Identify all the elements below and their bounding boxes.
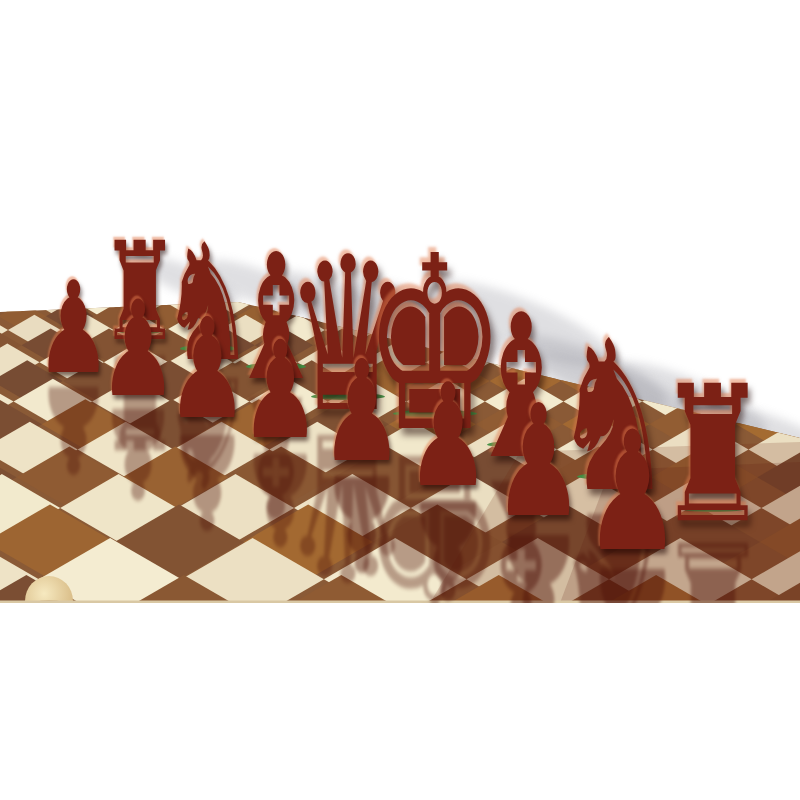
piece-pawn-e7: ♟ [316, 342, 408, 482]
piece-pawn-g7: ♟ [487, 385, 589, 540]
piece-pawn-f7: ♟ [401, 365, 495, 507]
piece-pawn-h7: ♟ [579, 410, 688, 575]
piece-pawn-d7: ♟ [236, 324, 325, 459]
chess-product-photo: ♜♞♟♝♟♛♟♚♟♝♟♟♞♟♜♟ ♜♞♟♝♟♛♟♚♟♝♟♟♞♟♜♟ [0, 0, 800, 800]
